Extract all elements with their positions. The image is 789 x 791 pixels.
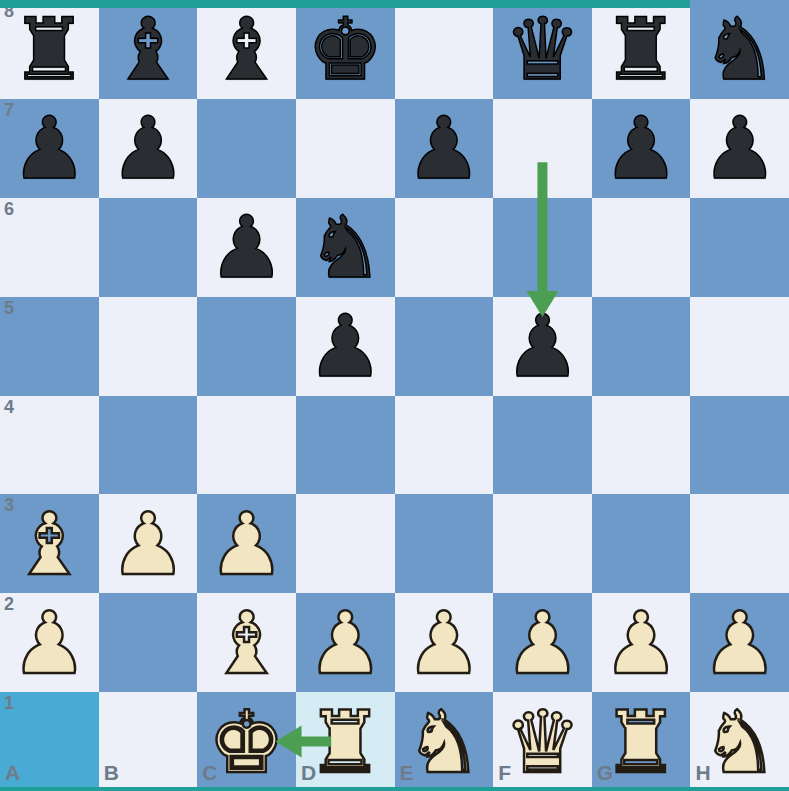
square-d7[interactable] [296,99,395,198]
square-b8[interactable]: ♝ [99,0,198,99]
square-g8[interactable]: ♜ [592,0,691,99]
square-e8[interactable] [395,0,494,99]
square-f1[interactable]: F♛ [493,692,592,791]
square-a5[interactable]: 5 [0,297,99,396]
square-c2[interactable]: ♝ [197,593,296,692]
square-c7[interactable] [197,99,296,198]
black-pawn[interactable]: ♟ [197,198,296,297]
square-g4[interactable] [592,396,691,495]
chess-board-app: 8♜♝♝♚♛♜♞7♟♟♟♟♟6♟♞5♟♟43♝♟♟2♟♝♟♟♟♟♟1ABC♚D♜… [0,0,789,791]
square-g3[interactable] [592,494,691,593]
square-e7[interactable]: ♟ [395,99,494,198]
black-pawn[interactable]: ♟ [296,297,395,396]
square-a3[interactable]: 3♝ [0,494,99,593]
white-pawn[interactable]: ♟ [99,494,198,593]
black-knight[interactable]: ♞ [690,0,789,99]
square-a1[interactable]: 1A [0,692,99,791]
square-h3[interactable] [690,494,789,593]
rank-label-2: 2 [4,594,14,615]
square-f3[interactable] [493,494,592,593]
file-label-h: H [695,761,710,785]
square-g1[interactable]: G♜ [592,692,691,791]
square-g2[interactable]: ♟ [592,593,691,692]
square-h1[interactable]: H♞ [690,692,789,791]
file-label-b: B [104,761,119,785]
white-pawn[interactable]: ♟ [296,593,395,692]
square-f6[interactable] [493,198,592,297]
square-d5[interactable]: ♟ [296,297,395,396]
square-b5[interactable] [99,297,198,396]
black-pawn[interactable]: ♟ [0,99,99,198]
square-h2[interactable]: ♟ [690,593,789,692]
square-d8[interactable]: ♚ [296,0,395,99]
white-pawn[interactable]: ♟ [493,593,592,692]
square-a6[interactable]: 6 [0,198,99,297]
white-pawn[interactable]: ♟ [690,593,789,692]
white-bishop[interactable]: ♝ [197,593,296,692]
square-h6[interactable] [690,198,789,297]
square-b3[interactable]: ♟ [99,494,198,593]
square-f4[interactable] [493,396,592,495]
square-d2[interactable]: ♟ [296,593,395,692]
square-f2[interactable]: ♟ [493,593,592,692]
square-d4[interactable] [296,396,395,495]
white-bishop[interactable]: ♝ [0,494,99,593]
file-label-g: G [597,761,613,785]
square-e4[interactable] [395,396,494,495]
square-d3[interactable] [296,494,395,593]
top-accent-bar [0,0,690,8]
square-h5[interactable] [690,297,789,396]
square-d1[interactable]: D♜ [296,692,395,791]
white-pawn[interactable]: ♟ [197,494,296,593]
square-h7[interactable]: ♟ [690,99,789,198]
square-b4[interactable] [99,396,198,495]
square-e1[interactable]: E♞ [395,692,494,791]
square-e5[interactable] [395,297,494,396]
black-pawn[interactable]: ♟ [493,297,592,396]
chessboard: 8♜♝♝♚♛♜♞7♟♟♟♟♟6♟♞5♟♟43♝♟♟2♟♝♟♟♟♟♟1ABC♚D♜… [0,0,789,791]
square-c6[interactable]: ♟ [197,198,296,297]
black-knight[interactable]: ♞ [296,198,395,297]
square-c8[interactable]: ♝ [197,0,296,99]
black-bishop[interactable]: ♝ [197,0,296,99]
black-king[interactable]: ♚ [296,0,395,99]
square-c3[interactable]: ♟ [197,494,296,593]
black-pawn[interactable]: ♟ [690,99,789,198]
square-f5[interactable]: ♟ [493,297,592,396]
white-pawn[interactable]: ♟ [592,593,691,692]
file-label-c: C [202,761,217,785]
black-pawn[interactable]: ♟ [99,99,198,198]
square-a2[interactable]: 2♟ [0,593,99,692]
white-pawn[interactable]: ♟ [395,593,494,692]
rank-label-7: 7 [4,100,14,121]
rank-label-3: 3 [4,495,14,516]
square-d6[interactable]: ♞ [296,198,395,297]
square-h8[interactable]: ♞ [690,0,789,99]
square-g7[interactable]: ♟ [592,99,691,198]
square-h4[interactable] [690,396,789,495]
square-b2[interactable] [99,593,198,692]
square-c5[interactable] [197,297,296,396]
rank-label-5: 5 [4,298,14,319]
file-label-a: A [5,761,20,785]
square-e3[interactable] [395,494,494,593]
square-e6[interactable] [395,198,494,297]
file-label-d: D [301,761,316,785]
white-pawn[interactable]: ♟ [0,593,99,692]
square-b6[interactable] [99,198,198,297]
rank-label-6: 6 [4,199,14,220]
square-a8[interactable]: 8♜ [0,0,99,99]
square-f7[interactable] [493,99,592,198]
file-label-e: E [400,761,414,785]
square-g5[interactable] [592,297,691,396]
square-g6[interactable] [592,198,691,297]
square-c1[interactable]: C♚ [197,692,296,791]
square-a4[interactable]: 4 [0,396,99,495]
rank-label-4: 4 [4,397,14,418]
black-queen[interactable]: ♛ [493,0,592,99]
square-e2[interactable]: ♟ [395,593,494,692]
square-b1[interactable]: B [99,692,198,791]
file-label-f: F [498,761,511,785]
black-rook[interactable]: ♜ [0,0,99,99]
square-a7[interactable]: 7♟ [0,99,99,198]
square-f8[interactable]: ♛ [493,0,592,99]
black-pawn[interactable]: ♟ [592,99,691,198]
black-rook[interactable]: ♜ [592,0,691,99]
black-pawn[interactable]: ♟ [395,99,494,198]
square-b7[interactable]: ♟ [99,99,198,198]
square-c4[interactable] [197,396,296,495]
bottom-accent-bar [0,787,789,791]
black-bishop[interactable]: ♝ [99,0,198,99]
rank-label-1: 1 [4,693,14,714]
